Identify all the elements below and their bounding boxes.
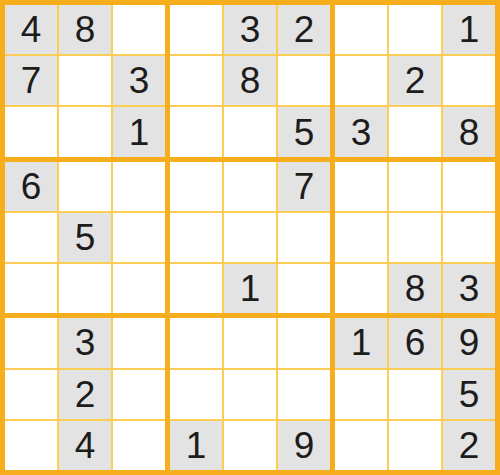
cell-r1c7[interactable] xyxy=(335,5,387,54)
cell-r9c8[interactable] xyxy=(389,421,441,470)
cell-r7c8[interactable]: 6 xyxy=(389,318,441,367)
cell-r3c4[interactable] xyxy=(170,107,222,156)
cell-r7c1[interactable] xyxy=(5,318,57,367)
cell-r2c1[interactable]: 7 xyxy=(5,56,57,105)
cell-r4c7[interactable] xyxy=(335,162,387,211)
cell-r4c2[interactable] xyxy=(59,162,111,211)
cell-r2c9[interactable] xyxy=(443,56,495,105)
cell-r3c2[interactable] xyxy=(59,107,111,156)
cell-r5c5[interactable] xyxy=(224,213,276,262)
cell-r4c4[interactable] xyxy=(170,162,222,211)
cell-r4c9[interactable] xyxy=(443,162,495,211)
cell-r7c5[interactable] xyxy=(224,318,276,367)
cell-r1c6[interactable]: 2 xyxy=(278,5,330,54)
cell-r9c3[interactable] xyxy=(113,421,165,470)
box-2-2: 71 xyxy=(170,162,330,314)
cell-r1c8[interactable] xyxy=(389,5,441,54)
box-1-1: 48731 xyxy=(5,5,165,157)
cell-r8c5[interactable] xyxy=(224,370,276,419)
cell-r3c5[interactable] xyxy=(224,107,276,156)
cell-r9c1[interactable] xyxy=(5,421,57,470)
cell-r5c8[interactable] xyxy=(389,213,441,262)
cell-r2c5[interactable]: 8 xyxy=(224,56,276,105)
cell-r1c3[interactable] xyxy=(113,5,165,54)
box-1-2: 3285 xyxy=(170,5,330,157)
cell-r7c3[interactable] xyxy=(113,318,165,367)
cell-r7c4[interactable] xyxy=(170,318,222,367)
cell-r4c8[interactable] xyxy=(389,162,441,211)
cell-r6c5[interactable]: 1 xyxy=(224,264,276,313)
cell-r6c4[interactable] xyxy=(170,264,222,313)
cell-r2c4[interactable] xyxy=(170,56,222,105)
cell-r5c1[interactable] xyxy=(5,213,57,262)
cell-r8c7[interactable] xyxy=(335,370,387,419)
cell-r9c4[interactable]: 1 xyxy=(170,421,222,470)
cell-r4c1[interactable]: 6 xyxy=(5,162,57,211)
cell-r4c5[interactable] xyxy=(224,162,276,211)
cell-r6c6[interactable] xyxy=(278,264,330,313)
cell-r1c9[interactable]: 1 xyxy=(443,5,495,54)
cell-r6c2[interactable] xyxy=(59,264,111,313)
cell-r8c2[interactable]: 2 xyxy=(59,370,111,419)
cell-r3c3[interactable]: 1 xyxy=(113,107,165,156)
cell-r5c3[interactable] xyxy=(113,213,165,262)
cell-r6c8[interactable]: 8 xyxy=(389,264,441,313)
cell-r7c2[interactable]: 3 xyxy=(59,318,111,367)
cell-r5c9[interactable] xyxy=(443,213,495,262)
cell-r2c8[interactable]: 2 xyxy=(389,56,441,105)
cell-r9c7[interactable] xyxy=(335,421,387,470)
cell-r2c6[interactable] xyxy=(278,56,330,105)
cell-r8c6[interactable] xyxy=(278,370,330,419)
cell-r9c2[interactable]: 4 xyxy=(59,421,111,470)
cell-r1c1[interactable]: 4 xyxy=(5,5,57,54)
box-2-1: 65 xyxy=(5,162,165,314)
cell-r3c1[interactable] xyxy=(5,107,57,156)
cell-r7c6[interactable] xyxy=(278,318,330,367)
cell-r6c7[interactable] xyxy=(335,264,387,313)
cell-r1c2[interactable]: 8 xyxy=(59,5,111,54)
cell-r7c9[interactable]: 9 xyxy=(443,318,495,367)
cell-r8c8[interactable] xyxy=(389,370,441,419)
cell-r8c3[interactable] xyxy=(113,370,165,419)
box-2-3: 83 xyxy=(335,162,495,314)
cell-r2c3[interactable]: 3 xyxy=(113,56,165,105)
box-3-3: 16952 xyxy=(335,318,495,470)
cell-r6c3[interactable] xyxy=(113,264,165,313)
cell-r6c9[interactable]: 3 xyxy=(443,264,495,313)
cell-r3c6[interactable]: 5 xyxy=(278,107,330,156)
cell-r2c7[interactable] xyxy=(335,56,387,105)
cell-r5c4[interactable] xyxy=(170,213,222,262)
cell-r9c9[interactable]: 2 xyxy=(443,421,495,470)
cell-r9c5[interactable] xyxy=(224,421,276,470)
box-3-1: 324 xyxy=(5,318,165,470)
cell-r9c6[interactable]: 9 xyxy=(278,421,330,470)
cell-r3c9[interactable]: 8 xyxy=(443,107,495,156)
cell-r4c3[interactable] xyxy=(113,162,165,211)
box-1-3: 1238 xyxy=(335,5,495,157)
cell-r8c4[interactable] xyxy=(170,370,222,419)
cell-r5c2[interactable]: 5 xyxy=(59,213,111,262)
sudoku-board: 48731328512386571833241916952 xyxy=(0,0,500,475)
cell-r5c7[interactable] xyxy=(335,213,387,262)
box-3-2: 19 xyxy=(170,318,330,470)
cell-r4c6[interactable]: 7 xyxy=(278,162,330,211)
cell-r6c1[interactable] xyxy=(5,264,57,313)
cell-r3c7[interactable]: 3 xyxy=(335,107,387,156)
cell-r2c2[interactable] xyxy=(59,56,111,105)
cell-r1c4[interactable] xyxy=(170,5,222,54)
cell-r5c6[interactable] xyxy=(278,213,330,262)
cell-r8c9[interactable]: 5 xyxy=(443,370,495,419)
cell-r3c8[interactable] xyxy=(389,107,441,156)
cell-r1c5[interactable]: 3 xyxy=(224,5,276,54)
cell-r7c7[interactable]: 1 xyxy=(335,318,387,367)
cell-r8c1[interactable] xyxy=(5,370,57,419)
